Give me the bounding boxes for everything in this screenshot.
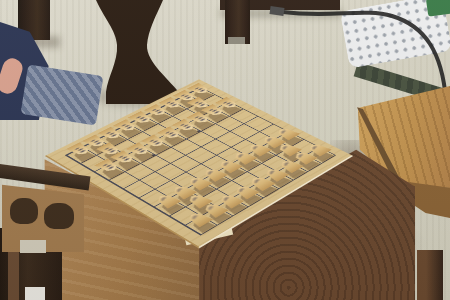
low-table-foot: [228, 37, 245, 44]
left-komadai-opening: [20, 240, 46, 253]
left-komadai-carving: [10, 198, 38, 224]
photo-shogi-game-scene: [0, 0, 450, 300]
floor-gap-highlight: [25, 287, 45, 300]
left-komadai-carving: [44, 203, 74, 229]
carved-table-leg: [92, 0, 188, 104]
left-komadai-leg: [8, 246, 19, 300]
